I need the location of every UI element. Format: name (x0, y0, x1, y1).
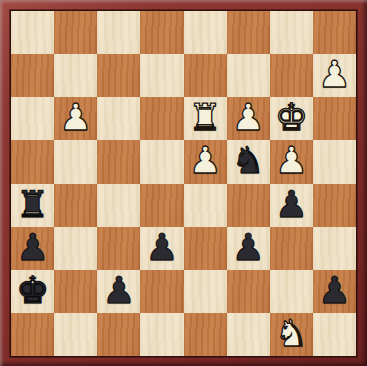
square-g7[interactable] (270, 54, 313, 97)
white-pawn[interactable]: ♟ (232, 99, 265, 136)
square-c3[interactable] (97, 227, 140, 270)
white-pawn[interactable]: ♟ (188, 142, 221, 179)
white-king[interactable]: ♚ (275, 99, 308, 136)
square-d6[interactable] (140, 97, 183, 140)
square-h5[interactable] (313, 140, 356, 183)
square-g3[interactable] (270, 227, 313, 270)
square-f8[interactable] (227, 11, 270, 54)
square-g1[interactable]: ♞ (270, 313, 313, 356)
square-c4[interactable] (97, 184, 140, 227)
black-pawn[interactable]: ♟ (318, 272, 351, 309)
square-c5[interactable] (97, 140, 140, 183)
board-frame: ♟♟♜♟♚♟♞♟♜♟♟♟♟♚♟♟♞ (0, 0, 367, 366)
square-b8[interactable] (54, 11, 97, 54)
square-h4[interactable] (313, 184, 356, 227)
black-king[interactable]: ♚ (16, 272, 49, 309)
square-a7[interactable] (11, 54, 54, 97)
square-a2[interactable]: ♚ (11, 270, 54, 313)
square-e7[interactable] (184, 54, 227, 97)
square-g8[interactable] (270, 11, 313, 54)
square-f1[interactable] (227, 313, 270, 356)
square-a6[interactable] (11, 97, 54, 140)
white-rook[interactable]: ♜ (188, 99, 221, 136)
square-e2[interactable] (184, 270, 227, 313)
square-h3[interactable] (313, 227, 356, 270)
square-b2[interactable] (54, 270, 97, 313)
square-f2[interactable] (227, 270, 270, 313)
square-a4[interactable]: ♜ (11, 184, 54, 227)
black-pawn[interactable]: ♟ (16, 229, 49, 266)
square-f7[interactable] (227, 54, 270, 97)
black-pawn[interactable]: ♟ (232, 229, 265, 266)
black-rook[interactable]: ♜ (16, 186, 49, 223)
square-e5[interactable]: ♟ (184, 140, 227, 183)
white-pawn[interactable]: ♟ (318, 56, 351, 93)
square-d5[interactable] (140, 140, 183, 183)
square-c8[interactable] (97, 11, 140, 54)
white-pawn[interactable]: ♟ (275, 142, 308, 179)
square-h1[interactable] (313, 313, 356, 356)
square-f6[interactable]: ♟ (227, 97, 270, 140)
square-f3[interactable]: ♟ (227, 227, 270, 270)
white-knight[interactable]: ♞ (275, 315, 308, 352)
square-b7[interactable] (54, 54, 97, 97)
square-h8[interactable] (313, 11, 356, 54)
square-e6[interactable]: ♜ (184, 97, 227, 140)
square-d7[interactable] (140, 54, 183, 97)
black-pawn[interactable]: ♟ (102, 272, 135, 309)
square-c1[interactable] (97, 313, 140, 356)
square-d3[interactable]: ♟ (140, 227, 183, 270)
square-d4[interactable] (140, 184, 183, 227)
square-e3[interactable] (184, 227, 227, 270)
square-b5[interactable] (54, 140, 97, 183)
square-b1[interactable] (54, 313, 97, 356)
chess-board: ♟♟♜♟♚♟♞♟♜♟♟♟♟♚♟♟♞ (10, 10, 357, 357)
square-d8[interactable] (140, 11, 183, 54)
square-h7[interactable]: ♟ (313, 54, 356, 97)
square-d1[interactable] (140, 313, 183, 356)
square-h6[interactable] (313, 97, 356, 140)
square-f5[interactable]: ♞ (227, 140, 270, 183)
square-g4[interactable]: ♟ (270, 184, 313, 227)
square-f4[interactable] (227, 184, 270, 227)
square-g5[interactable]: ♟ (270, 140, 313, 183)
square-g6[interactable]: ♚ (270, 97, 313, 140)
square-c6[interactable] (97, 97, 140, 140)
square-e1[interactable] (184, 313, 227, 356)
black-pawn[interactable]: ♟ (275, 186, 308, 223)
black-knight[interactable]: ♞ (232, 142, 265, 179)
square-e4[interactable] (184, 184, 227, 227)
square-d2[interactable] (140, 270, 183, 313)
square-a1[interactable] (11, 313, 54, 356)
square-e8[interactable] (184, 11, 227, 54)
black-pawn[interactable]: ♟ (145, 229, 178, 266)
square-a5[interactable] (11, 140, 54, 183)
square-g2[interactable] (270, 270, 313, 313)
square-h2[interactable]: ♟ (313, 270, 356, 313)
square-c2[interactable]: ♟ (97, 270, 140, 313)
square-c7[interactable] (97, 54, 140, 97)
square-b6[interactable]: ♟ (54, 97, 97, 140)
square-a3[interactable]: ♟ (11, 227, 54, 270)
square-b4[interactable] (54, 184, 97, 227)
square-a8[interactable] (11, 11, 54, 54)
white-pawn[interactable]: ♟ (59, 99, 92, 136)
square-b3[interactable] (54, 227, 97, 270)
